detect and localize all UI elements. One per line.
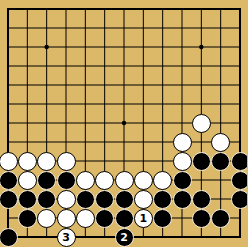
black-stone (153, 209, 172, 228)
white-stone (76, 209, 95, 228)
white-stone (211, 133, 230, 152)
black-stone (18, 209, 37, 228)
white-stone (57, 190, 76, 209)
black-stone (153, 190, 172, 209)
black-stone (231, 190, 248, 209)
white-stone (57, 209, 76, 228)
black-stone (95, 190, 114, 209)
black-stone (115, 209, 134, 228)
white-stone (76, 171, 95, 190)
star-point (44, 45, 48, 49)
white-stone (173, 152, 192, 171)
white-stone (37, 209, 56, 228)
white-stone (0, 152, 18, 171)
white-stone (192, 114, 211, 133)
black-stone (95, 209, 114, 228)
black-stone (0, 190, 18, 209)
black-stone (211, 209, 230, 228)
move-2-stone: 2 (115, 228, 134, 247)
white-stone (37, 152, 56, 171)
black-stone (18, 190, 37, 209)
star-point (199, 45, 203, 49)
black-stone (192, 209, 211, 228)
black-stone (37, 190, 56, 209)
black-stone (0, 228, 18, 247)
white-stone (134, 190, 153, 209)
white-stone (18, 152, 37, 171)
black-stone (37, 171, 56, 190)
white-stone (173, 133, 192, 152)
black-stone (76, 190, 95, 209)
star-point (122, 121, 126, 125)
white-stone (115, 171, 134, 190)
black-stone (211, 152, 230, 171)
white-stone (95, 171, 114, 190)
black-stone (231, 152, 248, 171)
black-stone (173, 171, 192, 190)
white-stone (153, 171, 172, 190)
go-board-diagram: 132 (0, 0, 247, 247)
black-stone (0, 171, 18, 190)
move-1-stone: 1 (134, 209, 153, 228)
white-stone (18, 171, 37, 190)
black-stone (115, 190, 134, 209)
black-stone (173, 190, 192, 209)
white-stone (57, 152, 76, 171)
black-stone (192, 152, 211, 171)
black-stone (57, 171, 76, 190)
black-stone (192, 190, 211, 209)
move-3-stone: 3 (57, 228, 76, 247)
black-stone (231, 171, 248, 190)
white-stone (134, 171, 153, 190)
